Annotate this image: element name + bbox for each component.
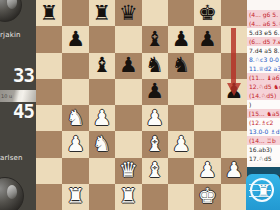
square-a5[interactable] — [36, 79, 62, 105]
square-b8[interactable] — [62, 0, 88, 26]
white-pawn: ♟ — [93, 108, 112, 129]
square-f8[interactable] — [168, 0, 194, 26]
black-knight: ♞ — [172, 55, 191, 76]
square-b5[interactable] — [62, 79, 88, 105]
square-h2[interactable]: ♟ — [221, 158, 247, 184]
player-clock-panel: rjakin 33 10 u 45 arlsen — [0, 0, 36, 210]
move-line-13[interactable]: (12.♗c2 — [247, 118, 280, 127]
bottom-player-avatar — [0, 177, 24, 210]
square-g2[interactable]: ♟ — [194, 158, 220, 184]
move-line-4[interactable]: (6... d5 7.e — [247, 37, 280, 46]
white-knight: ♞ — [66, 108, 85, 129]
black-pawn: ♟ — [145, 81, 164, 102]
square-h7[interactable] — [221, 26, 247, 52]
move-line-8[interactable]: (11... ♝a6 — [247, 73, 280, 82]
square-c7[interactable] — [89, 26, 115, 52]
black-bishop: ♝ — [145, 29, 164, 50]
black-bishop: ♝ — [93, 55, 112, 76]
square-e7[interactable]: ♝ — [142, 26, 168, 52]
square-e5[interactable]: ♟ — [142, 79, 168, 105]
move-line-7[interactable]: 11.♕d2 a3 — [247, 64, 280, 73]
white-king: ♚ — [198, 186, 217, 207]
square-e6[interactable]: ♞ — [142, 53, 168, 79]
square-b3[interactable]: ♟ — [62, 131, 88, 157]
square-g1[interactable]: ♚ — [194, 184, 220, 210]
square-h1[interactable] — [221, 184, 247, 210]
square-e3[interactable]: ♝ — [142, 131, 168, 157]
move-line-11[interactable]: ) — [247, 100, 280, 109]
top-player-clock: 33 — [0, 64, 34, 86]
move-line-3[interactable]: 5.d3 e5 6.♘f — [247, 28, 280, 37]
square-a8[interactable]: ♜ — [36, 0, 62, 26]
square-c3[interactable]: ♞ — [89, 131, 115, 157]
white-rook: ♜ — [66, 186, 85, 207]
square-c6[interactable]: ♝ — [89, 53, 115, 79]
square-d4[interactable] — [115, 105, 141, 131]
black-knight: ♞ — [145, 55, 164, 76]
square-h3[interactable] — [221, 131, 247, 157]
square-b4[interactable]: ♞ — [62, 105, 88, 131]
black-pawn: ♟ — [172, 29, 191, 50]
square-e8[interactable] — [142, 0, 168, 26]
square-d1[interactable]: ♜ — [115, 184, 141, 210]
chess-board: ♜♜♛♚♟♝♟♟♝♟♞♞♟♟♞♟♟♟♞♝♟♛♝♟♟♜♜♚ — [36, 0, 247, 210]
square-f7[interactable]: ♟ — [168, 26, 194, 52]
white-bishop: ♝ — [145, 134, 164, 155]
black-pawn: ♟ — [119, 55, 138, 76]
broadcast-screen: rjakin 33 10 u 45 arlsen ♜♜♛♚♟♝♟♟♝♟♞♞♟♟♞… — [0, 0, 280, 210]
square-h4[interactable] — [221, 105, 247, 131]
square-h5[interactable]: ♟ — [221, 79, 247, 105]
bottom-player-clock: 45 — [0, 100, 34, 122]
move-line-10[interactable]: (14.♘d5) — [247, 91, 280, 100]
square-d8[interactable]: ♛ — [115, 0, 141, 26]
move-line-5[interactable]: 7.d4 a5 8.♗ — [247, 46, 280, 55]
square-h8[interactable] — [221, 0, 247, 26]
square-g3[interactable] — [194, 131, 220, 157]
move-line-16[interactable]: 16.ab3) — [247, 145, 280, 154]
move-line-12[interactable]: [15... ♞a5 — [247, 109, 280, 118]
square-c2[interactable] — [89, 158, 115, 184]
square-f2[interactable] — [168, 158, 194, 184]
black-pawn: ♟ — [198, 29, 217, 50]
black-rook: ♜ — [93, 3, 112, 24]
square-h6[interactable] — [221, 53, 247, 79]
move-line-2[interactable]: (4... a6 5.♘ — [247, 19, 280, 28]
square-a1[interactable] — [36, 184, 62, 210]
square-d5[interactable] — [115, 79, 141, 105]
divider-label: 10 u — [1, 93, 12, 99]
top-player-name: rjakin — [0, 31, 36, 39]
square-a6[interactable] — [36, 53, 62, 79]
move-line-17[interactable]: 17.♘d5 — [247, 154, 280, 163]
square-f1[interactable] — [168, 184, 194, 210]
square-d6[interactable]: ♟ — [115, 53, 141, 79]
square-c1[interactable] — [89, 184, 115, 210]
square-b7[interactable]: ♟ — [62, 26, 88, 52]
square-e2[interactable]: ♝ — [142, 158, 168, 184]
square-d2[interactable]: ♛ — [115, 158, 141, 184]
top-player-avatar — [0, 0, 22, 22]
white-pawn: ♟ — [198, 160, 217, 181]
square-c5[interactable] — [89, 79, 115, 105]
bottom-player-name: arlsen — [0, 154, 36, 162]
white-knight: ♞ — [93, 134, 112, 155]
white-pawn: ♟ — [224, 160, 243, 181]
white-bishop: ♝ — [145, 160, 164, 181]
square-e1[interactable] — [142, 184, 168, 210]
square-f4[interactable] — [168, 105, 194, 131]
square-a2[interactable] — [36, 158, 62, 184]
square-d7[interactable] — [115, 26, 141, 52]
square-d3[interactable] — [115, 131, 141, 157]
square-g6[interactable] — [194, 53, 220, 79]
square-e4[interactable]: ♟ — [142, 105, 168, 131]
square-b1[interactable]: ♜ — [62, 184, 88, 210]
square-g7[interactable]: ♟ — [194, 26, 220, 52]
square-f3[interactable]: ♟ — [168, 131, 194, 157]
black-pawn: ♟ — [224, 81, 243, 102]
white-pawn: ♟ — [66, 134, 85, 155]
square-g8[interactable]: ♚ — [194, 0, 220, 26]
white-rook: ♜ — [119, 186, 138, 207]
square-a7[interactable] — [36, 26, 62, 52]
avatar-highlight — [7, 185, 17, 199]
rook-icon: ♜ — [246, 177, 280, 205]
square-g4[interactable] — [194, 105, 220, 131]
move-line-14[interactable]: 13.0-0 ♗d — [247, 127, 280, 136]
square-f6[interactable]: ♞ — [168, 53, 194, 79]
move-list-panel: (4... g6 5.(4... a6 5.♘5.d3 e5 6.♘f(6...… — [247, 0, 280, 168]
avatar-highlight — [7, 0, 17, 9]
move-line-15[interactable]: (14... ♖b — [247, 136, 280, 145]
square-f5[interactable] — [168, 79, 194, 105]
move-line-6[interactable]: 8.♘c3 0-0 — [247, 55, 280, 64]
square-a3[interactable] — [36, 131, 62, 157]
square-c4[interactable]: ♟ — [89, 105, 115, 131]
square-b2[interactable] — [62, 158, 88, 184]
move-line-9[interactable]: 12.♘d5 ♞d — [247, 82, 280, 91]
square-c8[interactable]: ♜ — [89, 0, 115, 26]
black-king: ♚ — [198, 3, 217, 24]
square-g5[interactable] — [194, 79, 220, 105]
square-b6[interactable] — [62, 53, 88, 79]
square-a4[interactable] — [36, 105, 62, 131]
white-queen: ♛ — [119, 160, 138, 181]
white-pawn: ♟ — [172, 134, 191, 155]
move-line-1[interactable]: (4... g6 5. — [247, 10, 280, 19]
black-queen: ♛ — [119, 3, 138, 24]
white-pawn: ♟ — [145, 108, 164, 129]
black-pawn: ♟ — [66, 29, 85, 50]
broadcast-logo[interactable]: ♜ — [246, 174, 280, 210]
black-rook: ♜ — [40, 3, 59, 24]
